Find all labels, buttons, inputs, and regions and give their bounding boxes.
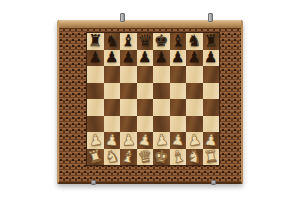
square-a8[interactable]: ♜ [87, 33, 104, 50]
square-c6[interactable] [120, 66, 137, 83]
square-f5[interactable] [170, 83, 187, 100]
white-rook[interactable]: ♜ [86, 147, 104, 166]
clasp-right [211, 180, 216, 185]
square-b7[interactable]: ♟ [104, 50, 121, 67]
square-c1[interactable]: ♝ [120, 149, 137, 166]
square-b4[interactable] [104, 99, 121, 116]
square-a5[interactable] [87, 83, 104, 100]
square-g8[interactable]: ♞ [186, 33, 203, 50]
black-knight[interactable]: ♞ [187, 33, 202, 50]
chess-board[interactable]: ♜♞♝♛♚♝♞♜♟♟♟♟♟♟♟♟♟♟♟♟♟♟♟♟♜♞♝♛♚♝♞♜ [86, 32, 220, 166]
black-pawn[interactable]: ♟ [89, 50, 102, 65]
square-f1[interactable]: ♝ [170, 149, 187, 166]
square-h1[interactable]: ♜ [203, 149, 220, 166]
square-d7[interactable]: ♟ [137, 50, 154, 67]
square-e7[interactable]: ♟ [153, 50, 170, 67]
black-knight[interactable]: ♞ [104, 33, 119, 50]
black-pawn[interactable]: ♟ [171, 50, 184, 65]
square-g5[interactable] [186, 83, 203, 100]
square-a1[interactable]: ♜ [87, 149, 104, 166]
black-rook[interactable]: ♜ [203, 33, 218, 50]
square-d6[interactable] [137, 66, 154, 83]
black-rook[interactable]: ♜ [88, 33, 103, 50]
square-h8[interactable]: ♜ [203, 33, 220, 50]
square-a4[interactable] [87, 99, 104, 116]
square-h5[interactable] [203, 83, 220, 100]
square-d1[interactable]: ♛ [137, 149, 154, 166]
hinge-left [120, 13, 125, 22]
square-c7[interactable]: ♟ [120, 50, 137, 67]
square-e8[interactable]: ♚ [153, 33, 170, 50]
box-top-rail [59, 20, 241, 29]
black-pawn[interactable]: ♟ [155, 50, 168, 65]
hinge-right [208, 13, 213, 22]
square-a3[interactable] [87, 116, 104, 133]
square-f8[interactable]: ♝ [170, 33, 187, 50]
square-c4[interactable] [120, 99, 137, 116]
square-d4[interactable] [137, 99, 154, 116]
black-bishop[interactable]: ♝ [170, 33, 185, 50]
square-f7[interactable]: ♟ [170, 50, 187, 67]
square-f3[interactable] [170, 116, 187, 133]
square-c8[interactable]: ♝ [120, 33, 137, 50]
square-e1[interactable]: ♚ [153, 149, 170, 166]
square-h6[interactable] [203, 66, 220, 83]
square-e5[interactable] [153, 83, 170, 100]
square-d5[interactable] [137, 83, 154, 100]
square-c3[interactable] [120, 116, 137, 133]
square-e6[interactable] [153, 66, 170, 83]
square-b1[interactable]: ♞ [104, 149, 121, 166]
square-b5[interactable] [104, 83, 121, 100]
black-pawn[interactable]: ♟ [105, 50, 118, 65]
black-pawn[interactable]: ♟ [204, 50, 217, 65]
black-pawn[interactable]: ♟ [122, 50, 135, 65]
black-pawn[interactable]: ♟ [138, 50, 151, 65]
clasp-left [91, 180, 96, 185]
square-a6[interactable] [87, 66, 104, 83]
white-knight[interactable]: ♞ [104, 148, 120, 166]
square-h4[interactable] [203, 99, 220, 116]
black-bishop[interactable]: ♝ [121, 33, 136, 50]
black-queen[interactable]: ♛ [137, 33, 152, 50]
white-king[interactable]: ♚ [153, 148, 170, 166]
square-g7[interactable]: ♟ [186, 50, 203, 67]
square-c5[interactable] [120, 83, 137, 100]
square-f6[interactable] [170, 66, 187, 83]
square-g6[interactable] [186, 66, 203, 83]
square-b6[interactable] [104, 66, 121, 83]
black-king[interactable]: ♚ [154, 33, 169, 50]
black-pawn[interactable]: ♟ [188, 50, 201, 65]
square-d8[interactable]: ♛ [137, 33, 154, 50]
white-bishop[interactable]: ♝ [169, 147, 187, 166]
square-f4[interactable] [170, 99, 187, 116]
white-knight[interactable]: ♞ [186, 148, 203, 166]
white-bishop[interactable]: ♝ [120, 147, 137, 166]
square-b8[interactable]: ♞ [104, 33, 121, 50]
square-a7[interactable]: ♟ [87, 50, 104, 67]
square-g3[interactable] [186, 116, 203, 133]
wooden-chess-box: ♜♞♝♛♚♝♞♜♟♟♟♟♟♟♟♟♟♟♟♟♟♟♟♟♜♞♝♛♚♝♞♜ [57, 20, 243, 184]
white-queen[interactable]: ♛ [136, 148, 153, 166]
square-e4[interactable] [153, 99, 170, 116]
photo-scene: ♜♞♝♛♚♝♞♜♟♟♟♟♟♟♟♟♟♟♟♟♟♟♟♟♜♞♝♛♚♝♞♜ [0, 0, 300, 200]
white-rook[interactable]: ♜ [203, 148, 219, 166]
square-h7[interactable]: ♟ [203, 50, 220, 67]
square-g4[interactable] [186, 99, 203, 116]
square-g1[interactable]: ♞ [186, 149, 203, 166]
